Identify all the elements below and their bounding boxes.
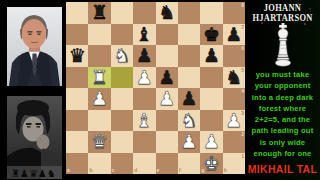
square-h2[interactable]: 2 xyxy=(223,131,245,153)
square-b5[interactable]: ♜ xyxy=(88,67,110,89)
square-b3[interactable] xyxy=(88,110,110,132)
square-e5[interactable]: ♟ xyxy=(156,67,178,89)
square-f3[interactable]: ♞ xyxy=(178,110,200,132)
square-d6[interactable]: ♟ xyxy=(133,45,155,67)
square-f6[interactable] xyxy=(178,45,200,67)
square-a8[interactable] xyxy=(66,2,88,24)
square-c6[interactable]: ♞ xyxy=(111,45,133,67)
white-pawn-e4: ♟ xyxy=(158,89,175,108)
square-g4[interactable] xyxy=(200,88,222,110)
square-a6[interactable]: ♛ xyxy=(66,45,88,67)
player-name-line2: HJARTARSON xyxy=(253,13,313,24)
white-pawn-d5: ♟ xyxy=(136,67,153,86)
black-bishop-d7: ♝ xyxy=(136,24,153,43)
square-c8[interactable] xyxy=(111,2,133,24)
black-pawn-g6: ♟ xyxy=(203,46,220,65)
black-knight-h5: ♞ xyxy=(225,67,242,86)
square-b8[interactable]: ♜ xyxy=(88,2,110,24)
square-f1[interactable]: f xyxy=(178,153,200,175)
white-pawn-h3: ♟ xyxy=(225,110,242,129)
quote-attribution: MIKHAIL TAL xyxy=(245,163,320,175)
square-g7[interactable]: ♚ xyxy=(200,24,222,46)
square-d2[interactable] xyxy=(133,131,155,153)
file-label-f: f xyxy=(179,168,181,173)
square-d7[interactable]: ♝ xyxy=(133,24,155,46)
square-f2[interactable]: ♟ xyxy=(178,131,200,153)
square-e1[interactable]: e xyxy=(156,153,178,175)
black-pawn-h7: ♟ xyxy=(225,24,242,43)
photo-johann-hjartarson xyxy=(7,7,62,86)
white-bishop-d3: ♝ xyxy=(136,110,153,129)
file-label-h: h xyxy=(224,168,227,173)
rank-label-7: 7 xyxy=(241,25,244,30)
white-rook-b5: ♜ xyxy=(91,67,108,86)
quote-line-2: your opponent xyxy=(245,80,320,91)
square-a4[interactable] xyxy=(66,88,88,110)
square-h8[interactable]: 8 xyxy=(223,2,245,24)
photo-mikhail-tal: ♜♟♛♟♞ xyxy=(7,96,62,179)
square-e4[interactable]: ♟ xyxy=(156,88,178,110)
johann-portrait-illustration xyxy=(7,7,62,86)
square-g3[interactable] xyxy=(200,110,222,132)
noise-speckle xyxy=(304,23,306,25)
black-pawn-d6: ♟ xyxy=(136,46,153,65)
right-panel: JOHANN HJARTARSON you must takeyour oppo… xyxy=(245,0,320,180)
square-e2[interactable] xyxy=(156,131,178,153)
square-f7[interactable] xyxy=(178,24,200,46)
chess-board: ♜♞8♝♚♟7♛♞♟♟6♜♟♟♞5♟♟♟4♝♞♟3♛♟♟2abcdef♚gh1 xyxy=(66,2,245,174)
rank-label-3: 3 xyxy=(241,111,244,116)
square-d5[interactable]: ♟ xyxy=(133,67,155,89)
square-g2[interactable]: ♟ xyxy=(200,131,222,153)
white-pawn-b4: ♟ xyxy=(91,89,108,108)
square-e3[interactable] xyxy=(156,110,178,132)
quote-line-8: enough for one xyxy=(245,148,320,159)
square-b1[interactable]: b xyxy=(88,153,110,175)
black-queen-a6: ♛ xyxy=(69,46,86,65)
square-b7[interactable] xyxy=(88,24,110,46)
square-h6[interactable]: 6 xyxy=(223,45,245,67)
white-knight-c6: ♞ xyxy=(113,46,130,65)
square-e8[interactable]: ♞ xyxy=(156,2,178,24)
square-c7[interactable] xyxy=(111,24,133,46)
square-f4[interactable]: ♟ xyxy=(178,88,200,110)
white-queen-b2: ♛ xyxy=(91,132,108,151)
tal-quote: you must takeyour opponentinto a deep da… xyxy=(245,69,320,159)
square-f5[interactable] xyxy=(178,67,200,89)
white-pawn-f2: ♟ xyxy=(181,132,198,151)
black-pawn-f4: ♟ xyxy=(181,89,198,108)
square-d3[interactable]: ♝ xyxy=(133,110,155,132)
square-b6[interactable] xyxy=(88,45,110,67)
square-g6[interactable]: ♟ xyxy=(200,45,222,67)
square-a5[interactable] xyxy=(66,67,88,89)
square-e7[interactable] xyxy=(156,24,178,46)
square-g1[interactable]: ♚g xyxy=(200,153,222,175)
square-c4[interactable] xyxy=(111,88,133,110)
square-h5[interactable]: ♞5 xyxy=(223,67,245,89)
black-king-g7: ♚ xyxy=(203,24,220,43)
black-rook-b8: ♜ xyxy=(91,3,108,22)
square-d8[interactable] xyxy=(133,2,155,24)
square-c5[interactable] xyxy=(111,67,133,89)
white-king-g1: ♚ xyxy=(203,153,220,172)
square-f8[interactable] xyxy=(178,2,200,24)
square-d4[interactable] xyxy=(133,88,155,110)
square-c3[interactable] xyxy=(111,110,133,132)
rank-label-4: 4 xyxy=(241,89,244,94)
square-h3[interactable]: ♟3 xyxy=(223,110,245,132)
quote-line-6: path leading out xyxy=(245,125,320,136)
quote-line-3: into a deep dark xyxy=(245,92,320,103)
square-a3[interactable] xyxy=(66,110,88,132)
quote-line-4: forest where xyxy=(245,103,320,114)
quote-line-1: you must take xyxy=(245,69,320,80)
square-c1[interactable]: c xyxy=(111,153,133,175)
black-knight-e8: ♞ xyxy=(158,3,175,22)
rank-label-2: 2 xyxy=(241,132,244,137)
rank-label-8: 8 xyxy=(241,3,244,8)
square-a7[interactable] xyxy=(66,24,88,46)
square-c2[interactable] xyxy=(111,131,133,153)
svg-text:♜♟♛♟♞: ♜♟♛♟♞ xyxy=(11,168,56,179)
square-a2[interactable] xyxy=(66,131,88,153)
square-h1[interactable]: h1 xyxy=(223,153,245,175)
video-thumbnail: ♜♟♛♟♞ ♜♞8♝♚♟7♛♞♟♟6♜♟♟♞5♟♟♟4♝♞♟3♛♟♟2abcde… xyxy=(0,0,320,180)
square-b2[interactable]: ♛ xyxy=(88,131,110,153)
square-a1[interactable]: a xyxy=(66,153,88,175)
file-label-c: c xyxy=(112,168,115,173)
file-label-b: b xyxy=(89,168,92,173)
file-label-g: g xyxy=(201,168,204,173)
square-e6[interactable] xyxy=(156,45,178,67)
black-pawn-e5: ♟ xyxy=(158,67,175,86)
white-knight-f3: ♞ xyxy=(181,110,198,129)
white-pawn-g2: ♟ xyxy=(203,132,220,151)
file-label-a: a xyxy=(67,168,70,173)
rank-label-1: 1 xyxy=(241,154,244,159)
square-g8[interactable] xyxy=(200,2,222,24)
square-b4[interactable]: ♟ xyxy=(88,88,110,110)
square-d1[interactable]: d xyxy=(133,153,155,175)
quote-line-5: 2+2=5, and the xyxy=(245,114,320,125)
tal-portrait-illustration: ♜♟♛♟♞ xyxy=(7,96,62,179)
file-label-e: e xyxy=(157,168,160,173)
square-g5[interactable] xyxy=(200,67,222,89)
square-h4[interactable]: 4 xyxy=(223,88,245,110)
rank-label-5: 5 xyxy=(241,68,244,73)
square-h7[interactable]: ♟7 xyxy=(223,24,245,46)
rank-label-6: 6 xyxy=(241,46,244,51)
file-label-d: d xyxy=(134,168,137,173)
white-king-illustration xyxy=(272,23,294,67)
quote-line-7: is only wide xyxy=(245,137,320,148)
